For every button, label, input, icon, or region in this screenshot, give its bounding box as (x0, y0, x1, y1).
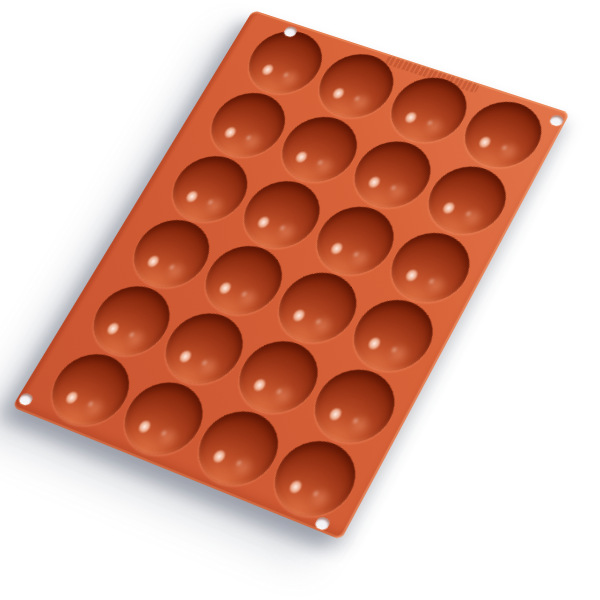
specular-dot (273, 386, 285, 398)
specular-dot (387, 183, 399, 194)
specular-dot (165, 262, 177, 273)
specular-highlight (218, 121, 243, 143)
specular-dot (462, 209, 474, 220)
corner-hole (314, 515, 332, 531)
specular-highlight (472, 131, 498, 154)
specular-highlight (212, 276, 238, 300)
soft-reflection (187, 348, 230, 386)
soft-reflection (232, 124, 273, 158)
soft-reflection (303, 149, 344, 184)
soft-reflection (340, 85, 381, 119)
specular-dot (312, 316, 324, 327)
specular-highlight (322, 401, 349, 426)
soft-reflection (451, 199, 493, 235)
specular-highlight (286, 303, 313, 327)
soft-reflection (227, 280, 269, 317)
specular-dot (498, 143, 510, 154)
soft-reflection (338, 405, 382, 444)
soft-reflection (298, 478, 342, 519)
corner-hole (548, 113, 565, 126)
soft-reflection (377, 335, 420, 373)
specular-highlight (361, 331, 388, 356)
specular-highlight (326, 82, 351, 104)
specular-highlight (100, 317, 126, 341)
specular-highlight (436, 196, 462, 219)
specular-highlight (289, 146, 315, 168)
specular-highlight (282, 474, 310, 500)
soft-reflection (114, 320, 156, 357)
specular-dot (232, 457, 245, 469)
specular-dot (276, 223, 288, 234)
specular-highlight (251, 211, 277, 234)
soft-reflection (301, 307, 344, 345)
specular-dot (204, 197, 216, 208)
specular-dot (350, 249, 362, 260)
specular-dot (238, 289, 250, 300)
specular-dot (125, 330, 137, 341)
soft-reflection (413, 109, 454, 143)
specular-highlight (206, 443, 233, 469)
soft-reflection (154, 253, 196, 289)
specular-dot (309, 488, 322, 500)
specular-dot (198, 357, 210, 368)
soft-reflection (193, 188, 234, 223)
silicone-mold (12, 10, 570, 540)
cavity (452, 93, 554, 177)
soft-reflection (261, 376, 304, 415)
specular-dot (349, 415, 362, 427)
soft-reflection (339, 240, 381, 277)
product-photo-scene (0, 0, 600, 600)
soft-reflection (221, 447, 265, 487)
specular-dot (84, 399, 96, 410)
specular-highlight (399, 263, 425, 287)
specular-dot (157, 428, 169, 440)
soft-reflection (376, 174, 418, 209)
specular-highlight (131, 414, 158, 439)
specular-highlight (140, 250, 166, 273)
specular-dot (424, 118, 436, 128)
soft-reflection (269, 62, 309, 95)
corner-hole (18, 391, 35, 406)
specular-highlight (255, 59, 280, 80)
soft-reflection (146, 418, 189, 457)
specular-highlight (398, 106, 424, 128)
soft-reflection (73, 389, 116, 427)
soft-reflection (488, 134, 530, 169)
specular-highlight (324, 237, 350, 261)
specular-highlight (361, 171, 387, 194)
specular-highlight (246, 372, 273, 397)
specular-dot (314, 158, 326, 168)
specular-dot (425, 276, 437, 287)
soft-reflection (265, 214, 307, 250)
specular-highlight (179, 185, 205, 208)
specular-highlight (59, 385, 86, 410)
cavity (416, 157, 519, 243)
specular-dot (280, 70, 292, 80)
specular-dot (351, 94, 363, 104)
specular-highlight (172, 344, 199, 368)
specular-dot (388, 344, 400, 355)
specular-dot (242, 133, 254, 143)
soft-reflection (414, 267, 457, 304)
